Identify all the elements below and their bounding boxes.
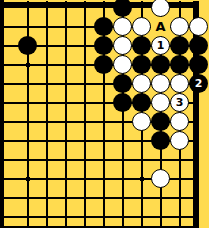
- black-stone: [151, 55, 170, 74]
- board-point-R16: [151, 55, 170, 74]
- black-stone: [170, 55, 189, 74]
- board-point-O17: [94, 36, 113, 55]
- stones-layer: 123A: [18, 0, 208, 226]
- board-point-S17: [170, 36, 189, 55]
- black-stone: [113, 74, 132, 93]
- move-number-label: 1: [157, 40, 165, 51]
- board-point-O18: [94, 17, 113, 36]
- white-stone: [132, 17, 151, 36]
- board-point-R13: [151, 112, 170, 131]
- letter-marker-point-R18: A: [151, 17, 170, 36]
- move-number-label: 2: [195, 78, 203, 89]
- white-stone-move-1: 1: [151, 36, 170, 55]
- board-point-R19: [151, 0, 170, 17]
- board-point-Q18: [132, 17, 151, 36]
- white-stone: [132, 74, 151, 93]
- board-point-R14: [151, 93, 170, 112]
- board-point-S12: [170, 131, 189, 150]
- board-point-P18: [113, 17, 132, 36]
- board-point-P14: [113, 93, 132, 112]
- black-stone: [94, 17, 113, 36]
- black-stone: [113, 0, 132, 17]
- white-stone-move-3: 3: [170, 93, 189, 112]
- black-stone: [132, 93, 151, 112]
- move-number-label: 3: [176, 97, 184, 108]
- board-point-Q16: [132, 55, 151, 74]
- board-point-Q15: [132, 74, 151, 93]
- board-point-S15: [170, 74, 189, 93]
- black-stone-move-2: 2: [189, 74, 208, 93]
- board-point-P15: [113, 74, 132, 93]
- board-point-Q13: [132, 112, 151, 131]
- black-stone: [132, 55, 151, 74]
- board-point-T18: [189, 17, 208, 36]
- board-point-R10: [151, 169, 170, 188]
- board-point-Q14: [132, 93, 151, 112]
- board-point-S18: [170, 17, 189, 36]
- board-point-O16: [94, 55, 113, 74]
- board-point-T17: [189, 36, 208, 55]
- board-point-P19: [113, 0, 132, 17]
- white-stone: [113, 17, 132, 36]
- white-stone: [151, 0, 170, 17]
- crop-border-left: [0, 0, 4, 228]
- white-stone: [170, 17, 189, 36]
- board-point-P16: [113, 55, 132, 74]
- black-stone: [189, 55, 208, 74]
- black-stone: [113, 93, 132, 112]
- black-stone: [170, 36, 189, 55]
- board-point-Q17: [132, 36, 151, 55]
- black-stone: [94, 36, 113, 55]
- black-stone: [189, 36, 208, 55]
- board-point-R17: 1: [151, 36, 170, 55]
- board-point-R15: [151, 74, 170, 93]
- black-stone: [94, 55, 113, 74]
- white-stone: [113, 55, 132, 74]
- white-stone: [170, 74, 189, 93]
- board-point-R12: [151, 131, 170, 150]
- white-stone: [170, 112, 189, 131]
- black-stone: [151, 131, 170, 150]
- white-stone: [151, 169, 170, 188]
- board-point-T16: [189, 55, 208, 74]
- white-stone: [189, 17, 208, 36]
- board-point-K17: [18, 36, 37, 55]
- go-diagram: 123A: [0, 0, 209, 228]
- white-stone: [113, 36, 132, 55]
- board-point-P17: [113, 36, 132, 55]
- board-point-S13: [170, 112, 189, 131]
- white-stone: [170, 131, 189, 150]
- black-stone: [151, 112, 170, 131]
- letter-marker-label: A: [155, 19, 165, 34]
- board-point-T15: 2: [189, 74, 208, 93]
- black-stone: [132, 36, 151, 55]
- black-stone: [18, 36, 37, 55]
- white-stone: [151, 74, 170, 93]
- board-point-S14: 3: [170, 93, 189, 112]
- white-stone: [132, 112, 151, 131]
- white-stone: [151, 93, 170, 112]
- board-point-S16: [170, 55, 189, 74]
